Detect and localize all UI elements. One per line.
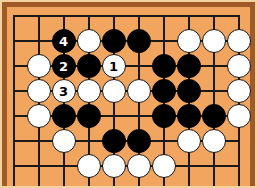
white-stone <box>127 154 151 178</box>
white-stone <box>152 154 176 178</box>
white-stone <box>202 29 226 53</box>
white-stone <box>52 129 76 153</box>
black-stone <box>177 104 201 128</box>
move-number: 1 <box>109 60 118 73</box>
white-stone <box>177 29 201 53</box>
black-stone <box>127 129 151 153</box>
move-number: 3 <box>59 85 68 98</box>
black-stone <box>177 79 201 103</box>
white-stone <box>102 79 126 103</box>
black-stone <box>177 54 201 78</box>
grid-vline <box>13 15 15 186</box>
black-stone <box>77 54 101 78</box>
black-stone <box>152 54 176 78</box>
white-stone <box>77 154 101 178</box>
white-stone <box>227 104 251 128</box>
white-stone <box>27 79 51 103</box>
white-stone <box>77 29 101 53</box>
black-stone <box>102 29 126 53</box>
black-stone <box>202 104 226 128</box>
white-stone <box>177 129 201 153</box>
grid-hline <box>13 15 240 17</box>
white-stone <box>27 54 51 78</box>
white-stone <box>127 79 151 103</box>
white-stone: 3 <box>52 79 76 103</box>
white-stone <box>27 104 51 128</box>
move-number: 2 <box>59 60 68 73</box>
black-stone <box>127 29 151 53</box>
white-stone <box>227 29 251 53</box>
go-diagram: 4213 <box>0 0 257 188</box>
white-stone <box>77 79 101 103</box>
black-stone <box>52 104 76 128</box>
black-stone <box>152 104 176 128</box>
move-number: 4 <box>59 35 68 48</box>
white-stone <box>227 79 251 103</box>
black-stone <box>102 129 126 153</box>
black-stone: 4 <box>52 29 76 53</box>
black-stone <box>152 79 176 103</box>
white-stone <box>227 54 251 78</box>
white-stone: 1 <box>102 54 126 78</box>
black-stone: 2 <box>52 54 76 78</box>
white-stone <box>202 129 226 153</box>
white-stone <box>102 154 126 178</box>
black-stone <box>77 104 101 128</box>
